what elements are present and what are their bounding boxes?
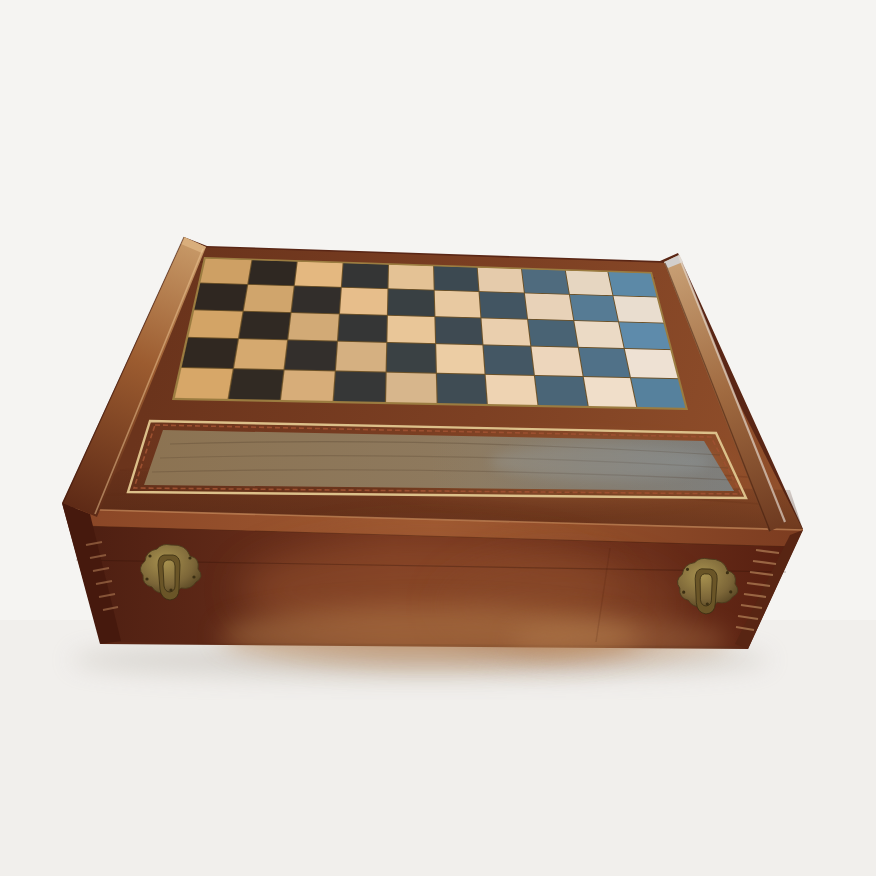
board-square bbox=[228, 369, 284, 400]
board-square bbox=[342, 263, 388, 288]
board-square bbox=[243, 285, 294, 312]
board-square bbox=[285, 341, 337, 370]
board-square bbox=[292, 287, 341, 314]
board-square bbox=[480, 292, 527, 318]
board-square bbox=[535, 376, 587, 406]
board-square bbox=[528, 320, 577, 347]
board-square bbox=[583, 377, 636, 407]
board-square bbox=[436, 373, 487, 404]
board-square bbox=[334, 371, 385, 402]
board-square bbox=[531, 347, 582, 376]
board-square bbox=[386, 372, 436, 403]
board-square bbox=[484, 346, 534, 375]
board-square bbox=[436, 344, 485, 373]
board-square bbox=[565, 271, 612, 296]
board-square bbox=[631, 378, 685, 408]
board-square bbox=[295, 262, 342, 287]
board-square bbox=[338, 314, 387, 342]
board-square bbox=[574, 321, 624, 348]
board-square bbox=[387, 316, 434, 344]
photo-stage bbox=[0, 0, 876, 876]
board-square bbox=[625, 349, 677, 378]
board-square bbox=[388, 265, 433, 290]
board-square bbox=[239, 311, 291, 339]
board-square bbox=[486, 374, 537, 404]
board-square bbox=[182, 338, 238, 368]
board-square bbox=[234, 339, 288, 369]
board-square bbox=[614, 296, 663, 322]
board-square bbox=[434, 291, 480, 317]
draughts-board bbox=[172, 257, 688, 410]
board-square bbox=[609, 272, 657, 297]
board-square bbox=[434, 266, 479, 291]
board-square bbox=[570, 295, 619, 321]
board-square bbox=[248, 260, 297, 285]
board-square bbox=[340, 288, 387, 315]
board-square bbox=[435, 317, 483, 345]
board-square bbox=[478, 268, 524, 293]
board-square bbox=[194, 284, 246, 311]
board-square bbox=[289, 313, 339, 341]
board-square bbox=[619, 322, 670, 349]
board-square bbox=[578, 348, 630, 377]
game-box-illustration bbox=[0, 0, 876, 876]
board-square bbox=[336, 342, 386, 371]
board-square bbox=[175, 368, 233, 399]
board-square bbox=[525, 294, 573, 320]
board-square bbox=[386, 343, 435, 372]
board-square bbox=[482, 318, 530, 346]
board-square bbox=[188, 310, 242, 338]
board-square bbox=[281, 370, 334, 401]
board-square bbox=[522, 269, 569, 294]
board-square bbox=[388, 290, 434, 316]
board-square bbox=[200, 259, 251, 285]
